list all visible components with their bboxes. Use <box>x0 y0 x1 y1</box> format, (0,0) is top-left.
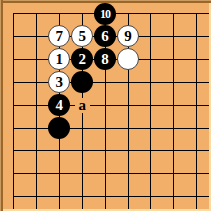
board-edge-top <box>0 0 211 3</box>
grid-line-vertical <box>196 13 197 211</box>
stone-black <box>71 71 93 93</box>
stone-white-3: 3 <box>48 71 70 93</box>
move-number: 5 <box>78 28 86 43</box>
stone-white <box>117 48 139 70</box>
stone-white-7: 7 <box>48 25 70 47</box>
grid-line-vertical <box>36 13 37 211</box>
stone-black-10: 10 <box>94 3 116 25</box>
grid-line-horizontal <box>13 173 211 174</box>
move-number: 4 <box>56 97 64 112</box>
stone-black-6: 6 <box>94 25 116 47</box>
stone-black-4: 4 <box>48 94 70 116</box>
move-number: 9 <box>124 28 132 43</box>
grid-line-horizontal <box>13 196 211 197</box>
stone-black <box>48 117 70 139</box>
move-number: 7 <box>56 28 64 43</box>
grid-line-horizontal <box>13 82 211 83</box>
marker-a: a <box>75 98 90 113</box>
move-number: 6 <box>101 28 109 43</box>
board-edge-left <box>0 0 3 211</box>
go-board: a10756912834 <box>0 0 211 211</box>
stone-black-8: 8 <box>94 48 116 70</box>
grid-line-vertical <box>13 13 14 211</box>
stone-white-9: 9 <box>117 25 139 47</box>
move-number: 2 <box>78 51 86 66</box>
board-edge-bottom <box>3 209 211 211</box>
move-number: 8 <box>101 51 109 66</box>
grid-line-vertical <box>173 13 174 211</box>
stone-white-1: 1 <box>48 48 70 70</box>
marker-label: a <box>78 98 86 113</box>
grid-line-horizontal <box>13 105 211 106</box>
grid-line-horizontal <box>13 128 211 129</box>
stone-black-2: 2 <box>71 48 93 70</box>
grid-line-vertical <box>150 13 151 211</box>
move-number: 3 <box>56 74 64 89</box>
board-edge-right <box>209 3 211 211</box>
move-number: 10 <box>100 7 110 19</box>
move-number: 1 <box>56 51 64 66</box>
grid-line-horizontal <box>13 150 211 151</box>
stone-white-5: 5 <box>71 25 93 47</box>
